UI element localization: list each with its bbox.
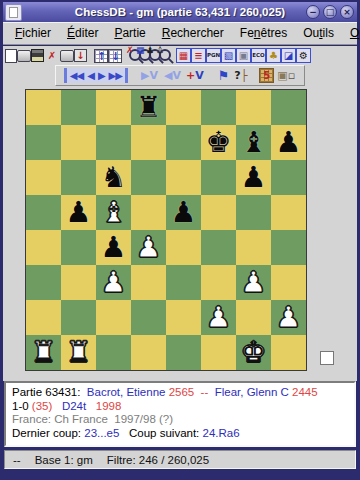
square-c5[interactable]: ♝ (96, 195, 131, 230)
status-segment-2: Base 1: gm (35, 454, 93, 466)
board: ♜♚♝♟♞♟♟♝♟♟♟♟♟♟♟♜♜♚ (25, 89, 307, 371)
square-a5[interactable] (26, 195, 61, 230)
square-g2[interactable] (236, 300, 271, 335)
square-a4[interactable] (26, 230, 61, 265)
square-h5[interactable] (271, 195, 306, 230)
search-window-icon[interactable]: ▧ (221, 48, 236, 63)
square-c6[interactable]: ♞ (96, 160, 131, 195)
menu-bar: FichierÉditerPartieRechercherFenêtresOut… (3, 22, 357, 45)
info-text: Coup suivant: (119, 427, 202, 439)
info-text: 2565 (169, 386, 195, 398)
window-title: ChessDB - gm (partie 63,431 / 260,025) (3, 6, 357, 18)
square-g3[interactable]: ♟ (236, 265, 271, 300)
pgn-window-icon-glyph: PGN (207, 53, 220, 59)
next-move-link[interactable]: 24.Ra6 (203, 427, 240, 439)
eco-browser-icon-glyph: ECO (252, 53, 264, 59)
square-b1[interactable]: ♜ (61, 335, 96, 370)
info-line-1: Partie 63431: Bacrot, Etienne 2565 -- Fl… (12, 386, 354, 400)
square-e6[interactable] (166, 160, 201, 195)
info-text: (35) (32, 400, 52, 412)
close-button[interactable]: × (340, 5, 354, 19)
white-player-link[interactable]: Bacrot, Etienne (87, 386, 169, 398)
close-database-icon[interactable]: ✗ (44, 48, 60, 64)
square-d8[interactable]: ♜ (131, 90, 166, 125)
main-toolbar: ✗↓↑↓✗▦♟♙▦≡PGN▧▣ECO♣◪⚙ (3, 46, 357, 65)
square-h4[interactable] (271, 230, 306, 265)
eco-browser-icon[interactable]: ECO (251, 48, 266, 63)
square-e1[interactable] (166, 335, 201, 370)
white-rook: ♜ (26, 335, 61, 369)
title-bar: ChessDB - gm (partie 63,431 / 260,025) −… (3, 2, 357, 22)
square-c8[interactable] (96, 90, 131, 125)
black-bishop: ♝ (236, 125, 271, 159)
black-knight: ♞ (96, 160, 131, 194)
new-database-icon[interactable] (5, 49, 17, 63)
next-game-icon[interactable]: ↓ (108, 49, 122, 63)
exit-variation-button[interactable]: ◀V (162, 68, 183, 84)
square-e3[interactable] (166, 265, 201, 300)
prev-game-icon[interactable]: ↑ (94, 49, 108, 63)
square-h3[interactable] (271, 265, 306, 300)
maximize-button[interactable]: □ (323, 5, 337, 19)
square-d7[interactable] (131, 125, 166, 160)
square-g8[interactable] (236, 90, 271, 125)
square-h1[interactable] (271, 335, 306, 370)
gameinfo-window-icon-glyph: ▦ (179, 51, 188, 61)
square-g6[interactable]: ♟ (236, 160, 271, 195)
engine-window-icon[interactable]: ⚙ (296, 48, 311, 63)
square-f7[interactable]: ♚ (201, 125, 236, 160)
status-segment-1: -- (13, 454, 21, 466)
info-line-4: Dernier coup: 23...e5 Coup suivant: 24.R… (12, 427, 354, 441)
square-e7[interactable] (166, 125, 201, 160)
square-a3[interactable] (26, 265, 61, 300)
square-h8[interactable] (271, 90, 306, 125)
menu-rechercher[interactable]: Rechercher (154, 24, 232, 42)
material-window-button[interactable]: 5 (259, 68, 274, 83)
first-move-button[interactable]: ◀◀ (68, 68, 85, 84)
material-search-icon[interactable]: ♙ (159, 49, 171, 61)
square-a1[interactable]: ♜ (26, 335, 61, 370)
square-h6[interactable] (271, 160, 306, 195)
square-f4[interactable] (201, 230, 236, 265)
black-pawn: ♟ (236, 160, 271, 194)
square-d1[interactable] (131, 335, 166, 370)
square-a7[interactable] (26, 125, 61, 160)
square-c2[interactable] (96, 300, 131, 335)
square-c7[interactable] (96, 125, 131, 160)
square-b3[interactable] (61, 265, 96, 300)
board-options-button[interactable]: ▣▫ (276, 68, 296, 84)
square-g1[interactable]: ♚ (236, 335, 271, 370)
square-b8[interactable] (61, 90, 96, 125)
black-player-link[interactable]: Flear, Glenn C (215, 386, 292, 398)
autoplay-button[interactable]: ⚑ (216, 68, 232, 84)
status-bar: --Base 1: gmFiltre: 246 / 260,025 (4, 450, 356, 469)
info-text (52, 400, 62, 412)
square-h2[interactable]: ♟ (271, 300, 306, 335)
search-window-icon-glyph: ▧ (224, 51, 233, 61)
white-pawn: ♟ (131, 230, 166, 264)
info-line-3: France: Ch France 1997/98 (?) (12, 413, 354, 427)
prev-game-icon-glyph: ↑ (97, 51, 106, 62)
square-g4[interactable] (236, 230, 271, 265)
square-d4[interactable]: ♟ (131, 230, 166, 265)
square-a8[interactable] (26, 90, 61, 125)
white-pawn: ♟ (236, 265, 271, 299)
finder-icon[interactable] (60, 50, 74, 62)
nav-group: ◀◀◀▶▶▶ (64, 68, 128, 83)
white-bishop: ♝ (96, 195, 131, 229)
square-f3[interactable] (201, 265, 236, 300)
square-d3[interactable] (131, 265, 166, 300)
menu-fentres[interactable]: Fenêtres (232, 24, 295, 42)
square-b6[interactable] (61, 160, 96, 195)
square-f8[interactable] (201, 90, 236, 125)
info-text: Dernier coup: (12, 427, 84, 439)
white-pawn: ♟ (96, 265, 131, 299)
nav-toolbar-row: ◀◀◀▶▶▶▶V◀V+V⚑?├5▣▫ (3, 65, 357, 86)
open-database-icon[interactable] (17, 50, 31, 62)
save-game-icon[interactable] (31, 49, 44, 62)
square-e8[interactable] (166, 90, 201, 125)
menu-partie[interactable]: Partie (106, 24, 153, 42)
import-pgn-icon-glyph: ↓ (76, 51, 84, 61)
square-c3[interactable]: ♟ (96, 265, 131, 300)
menu-options[interactable]: Options (342, 24, 360, 42)
endgame-window-icon[interactable]: ◪ (281, 48, 296, 63)
engine-window-icon-glyph: ⚙ (299, 51, 308, 61)
material-window-button-glyph: 5 (263, 71, 270, 81)
square-e2[interactable] (166, 300, 201, 335)
enter-variation-button[interactable]: ▶V (139, 68, 160, 84)
black-pawn: ♟ (96, 230, 131, 264)
white-king: ♚ (236, 335, 271, 369)
reset-filter-icon-glyph: ✗ (126, 46, 134, 55)
square-b7[interactable] (61, 125, 96, 160)
status-segment-3: Filtre: 246 / 260,025 (107, 454, 209, 466)
black-king: ♚ (201, 125, 236, 159)
square-c1[interactable] (96, 335, 131, 370)
square-b4[interactable] (61, 230, 96, 265)
square-g5[interactable] (236, 195, 271, 230)
square-d5[interactable] (131, 195, 166, 230)
board-area: ♜♚♝♟♞♟♟♝♟♟♟♟♟♟♟♜♜♚ (3, 86, 357, 381)
white-rook: ♜ (61, 335, 96, 369)
gamelist-window-icon[interactable]: ≡ (191, 48, 206, 63)
square-h7[interactable]: ♟ (271, 125, 306, 160)
square-f5[interactable] (201, 195, 236, 230)
header-search-icon-glyph: ♟ (146, 46, 154, 55)
square-e4[interactable] (166, 230, 201, 265)
square-b2[interactable] (61, 300, 96, 335)
tree-window-icon[interactable]: ♣ (266, 48, 281, 63)
import-pgn-icon[interactable]: ↓ (74, 49, 87, 62)
close-database-icon-glyph: ✗ (48, 51, 56, 61)
square-b5[interactable]: ♟ (61, 195, 96, 230)
info-text: 2445 (292, 386, 318, 398)
next-game-icon-glyph: ↓ (111, 51, 120, 62)
info-text: Partie 63431: (12, 386, 87, 398)
annotate-button[interactable]: ?├ (233, 68, 248, 84)
window-menu-icon[interactable] (5, 4, 22, 21)
add-variation-button[interactable]: +V (185, 68, 205, 84)
black-pawn: ♟ (271, 125, 306, 159)
info-text: 1998 (86, 400, 121, 412)
next-move-button[interactable]: ▶ (96, 68, 107, 84)
black-pawn: ♟ (61, 195, 96, 229)
nav-toolbar: ◀◀◀▶▶▶▶V◀V+V⚑?├5▣▫ (55, 65, 305, 86)
white-pawn: ♟ (201, 300, 236, 334)
tree-window-icon-glyph: ♣ (269, 51, 278, 61)
board-search-icon-glyph: ▦ (136, 46, 145, 55)
square-d2[interactable] (131, 300, 166, 335)
eco-code-link[interactable]: D24t (62, 400, 86, 412)
last-move-button[interactable]: ▶▶ (107, 68, 124, 84)
menu-fichier[interactable]: Fichier (7, 24, 59, 42)
material-search-icon-glyph: ♙ (156, 46, 164, 55)
info-text: 1-0 (12, 400, 32, 412)
square-e5[interactable]: ♟ (166, 195, 201, 230)
game-info: Partie 63431: Bacrot, Etienne 2565 -- Fl… (4, 381, 356, 447)
square-d6[interactable] (131, 160, 166, 195)
square-f1[interactable] (201, 335, 236, 370)
gameinfo-window-icon[interactable]: ▦ (176, 48, 191, 63)
square-f2[interactable]: ♟ (201, 300, 236, 335)
square-a2[interactable] (26, 300, 61, 335)
minimize-button[interactable]: − (306, 5, 320, 19)
square-g7[interactable]: ♝ (236, 125, 271, 160)
info-text: -- (194, 386, 214, 398)
gamelist-window-icon-glyph: ≡ (194, 51, 202, 61)
menu-diter[interactable]: Éditer (59, 24, 106, 42)
copies-window-icon[interactable]: ▣ (236, 48, 251, 63)
info-line-2: 1-0 (35) D24t 1998 (12, 400, 354, 414)
white-pawn: ♟ (271, 300, 306, 334)
app-window: ChessDB - gm (partie 63,431 / 260,025) −… (0, 0, 360, 480)
pgn-window-icon[interactable]: PGN (206, 48, 221, 63)
square-c4[interactable]: ♟ (96, 230, 131, 265)
endgame-window-icon-glyph: ◪ (284, 51, 293, 61)
menu-outils[interactable]: Outils (295, 24, 342, 42)
prev-move-button[interactable]: ◀ (85, 68, 96, 84)
square-a6[interactable] (26, 160, 61, 195)
black-rook: ♜ (131, 90, 166, 124)
info-text: France: Ch France 1997/98 (?) (12, 413, 173, 425)
side-to-move-indicator (320, 351, 334, 365)
square-f6[interactable] (201, 160, 236, 195)
copies-window-icon-glyph: ▣ (239, 51, 248, 61)
last-move-link[interactable]: 23...e5 (84, 427, 119, 439)
black-pawn: ♟ (166, 195, 201, 229)
